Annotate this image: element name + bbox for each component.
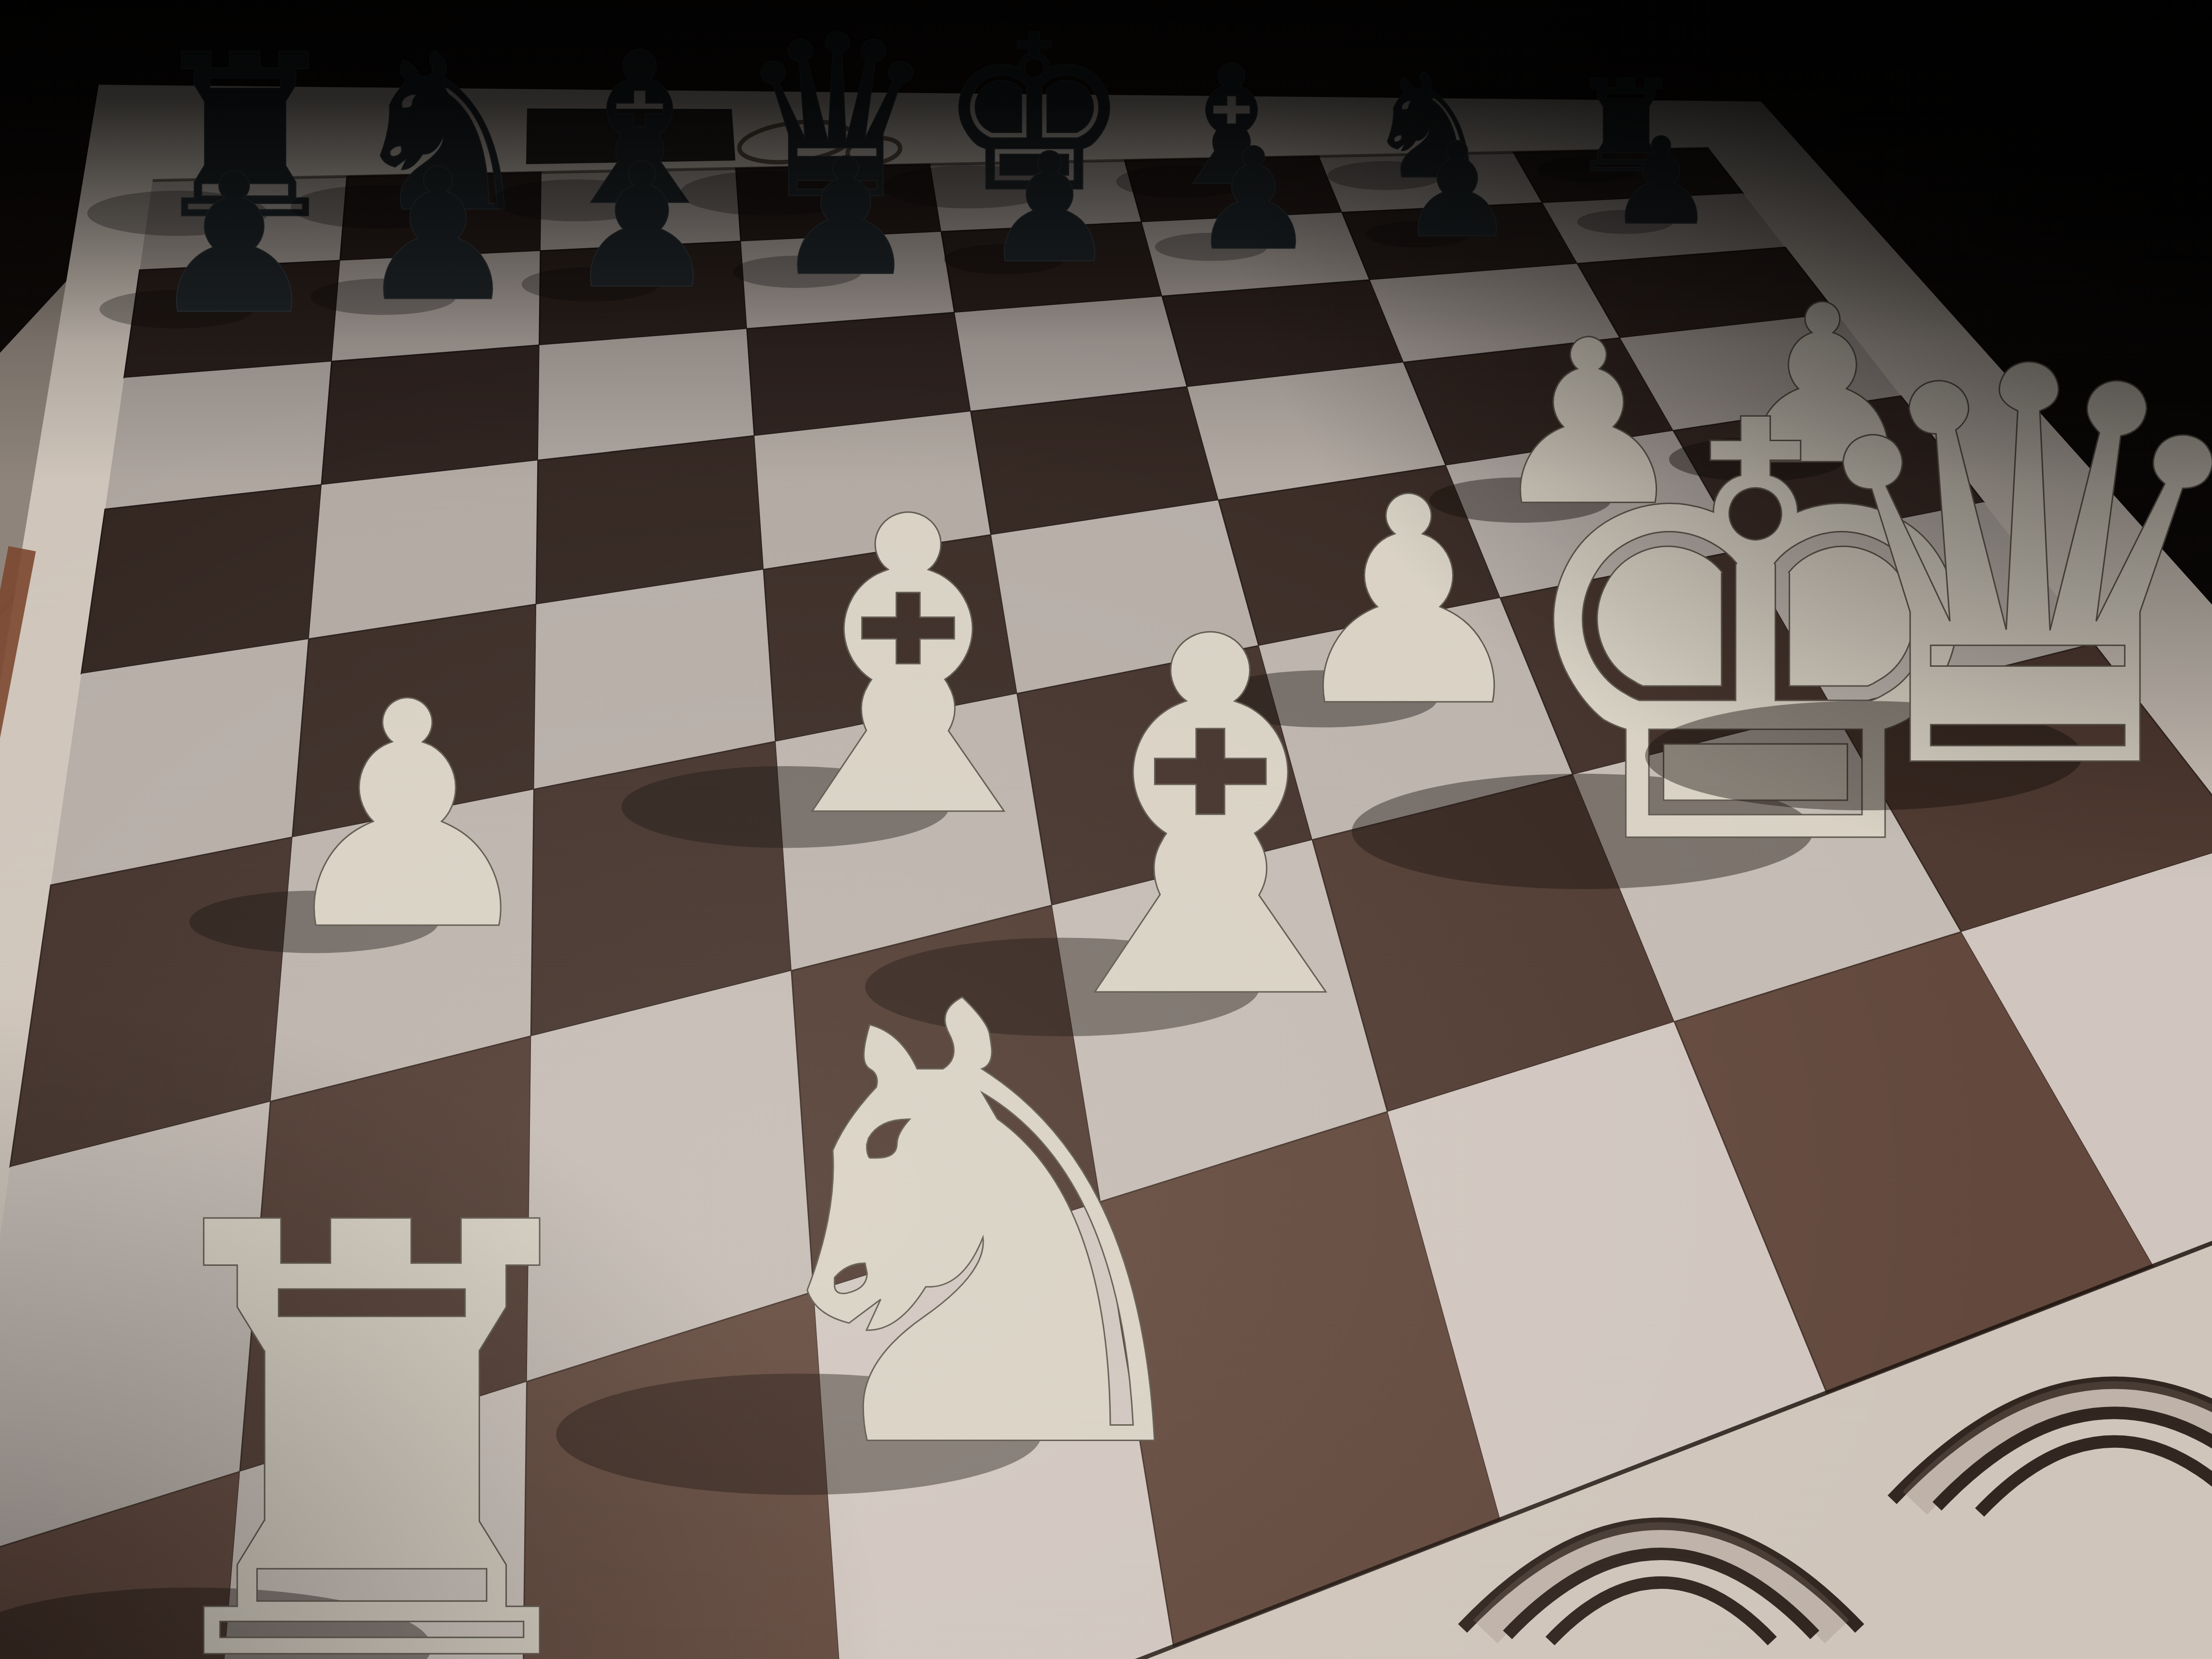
photo-stage: ♜♞♝♛♚♝♞♜♟♟♟♟♟♟♟♟♟♟♟♝♟♝♚♛♜♞ — [0, 0, 2212, 1659]
chessboard-scene: ♜♞♝♛♚♝♞♜♟♟♟♟♟♟♟♟♟♟♟♝♟♝♚♛♜♞ — [0, 0, 2212, 1659]
lighting-overlay — [0, 0, 2212, 1659]
